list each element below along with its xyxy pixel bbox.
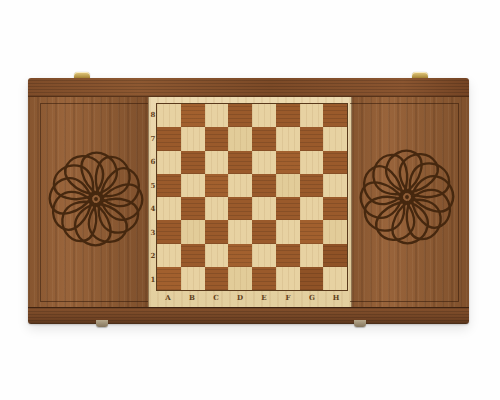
square-a8[interactable]	[157, 104, 181, 127]
square-e6[interactable]	[252, 151, 276, 174]
square-c5[interactable]	[205, 174, 229, 197]
square-h8[interactable]	[323, 104, 347, 127]
square-a3[interactable]	[157, 220, 181, 243]
square-c7[interactable]	[205, 127, 229, 150]
square-f4[interactable]	[276, 197, 300, 220]
wooden-case: 87654321 ABCDEFGH	[28, 78, 469, 324]
file-label: A	[156, 291, 180, 304]
file-label: H	[324, 291, 348, 304]
square-b7[interactable]	[181, 127, 205, 150]
square-f2[interactable]	[276, 244, 300, 267]
square-d1[interactable]	[228, 267, 252, 290]
square-h1[interactable]	[323, 267, 347, 290]
square-b2[interactable]	[181, 244, 205, 267]
square-e1[interactable]	[252, 267, 276, 290]
square-e3[interactable]	[252, 220, 276, 243]
square-b3[interactable]	[181, 220, 205, 243]
square-h7[interactable]	[323, 127, 347, 150]
square-d5[interactable]	[228, 174, 252, 197]
square-e8[interactable]	[252, 104, 276, 127]
square-d2[interactable]	[228, 244, 252, 267]
square-c1[interactable]	[205, 267, 229, 290]
square-e2[interactable]	[252, 244, 276, 267]
square-f3[interactable]	[276, 220, 300, 243]
square-g5[interactable]	[300, 174, 324, 197]
square-e4[interactable]	[252, 197, 276, 220]
square-h2[interactable]	[323, 244, 347, 267]
file-label: C	[204, 291, 228, 304]
square-f5[interactable]	[276, 174, 300, 197]
square-f1[interactable]	[276, 267, 300, 290]
latch-right-icon	[354, 320, 366, 327]
case-left-panel	[28, 97, 148, 307]
square-g7[interactable]	[300, 127, 324, 150]
file-label: B	[180, 291, 204, 304]
square-h3[interactable]	[323, 220, 347, 243]
file-label: E	[252, 291, 276, 304]
case-top-edge	[28, 78, 469, 97]
case-right-panel	[352, 97, 469, 307]
square-c8[interactable]	[205, 104, 229, 127]
square-h4[interactable]	[323, 197, 347, 220]
latch-left-icon	[96, 320, 108, 327]
square-a6[interactable]	[157, 151, 181, 174]
square-f7[interactable]	[276, 127, 300, 150]
square-d6[interactable]	[228, 151, 252, 174]
square-e7[interactable]	[252, 127, 276, 150]
square-d3[interactable]	[228, 220, 252, 243]
eternity-wheel-rosette-left-icon	[47, 150, 145, 248]
square-a1[interactable]	[157, 267, 181, 290]
square-b5[interactable]	[181, 174, 205, 197]
square-a4[interactable]	[157, 197, 181, 220]
square-h6[interactable]	[323, 151, 347, 174]
square-g4[interactable]	[300, 197, 324, 220]
square-a5[interactable]	[157, 174, 181, 197]
square-g3[interactable]	[300, 220, 324, 243]
square-g1[interactable]	[300, 267, 324, 290]
square-f8[interactable]	[276, 104, 300, 127]
square-d8[interactable]	[228, 104, 252, 127]
square-g8[interactable]	[300, 104, 324, 127]
square-b6[interactable]	[181, 151, 205, 174]
square-e5[interactable]	[252, 174, 276, 197]
chessboard-panel: 87654321 ABCDEFGH	[148, 97, 352, 307]
square-c4[interactable]	[205, 197, 229, 220]
chessboard	[156, 103, 348, 291]
square-c6[interactable]	[205, 151, 229, 174]
square-f6[interactable]	[276, 151, 300, 174]
square-d7[interactable]	[228, 127, 252, 150]
square-b1[interactable]	[181, 267, 205, 290]
square-g2[interactable]	[300, 244, 324, 267]
file-labels: ABCDEFGH	[156, 291, 348, 304]
case-bottom-edge	[28, 307, 469, 324]
file-label: F	[276, 291, 300, 304]
eternity-wheel-rosette-right-icon	[358, 148, 456, 246]
file-label: D	[228, 291, 252, 304]
square-b4[interactable]	[181, 197, 205, 220]
square-b8[interactable]	[181, 104, 205, 127]
square-a2[interactable]	[157, 244, 181, 267]
square-a7[interactable]	[157, 127, 181, 150]
file-label: G	[300, 291, 324, 304]
square-c2[interactable]	[205, 244, 229, 267]
square-c3[interactable]	[205, 220, 229, 243]
square-h5[interactable]	[323, 174, 347, 197]
square-g6[interactable]	[300, 151, 324, 174]
square-d4[interactable]	[228, 197, 252, 220]
product-photo: 87654321 ABCDEFGH	[0, 0, 500, 400]
